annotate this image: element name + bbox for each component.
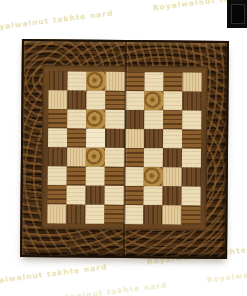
square-d7[interactable] bbox=[106, 91, 125, 110]
square-c6[interactable] bbox=[86, 110, 105, 129]
square-e6[interactable] bbox=[125, 110, 144, 129]
square-e7[interactable] bbox=[125, 91, 144, 110]
square-g5[interactable] bbox=[163, 129, 182, 148]
square-h6[interactable] bbox=[182, 111, 201, 130]
watermark-text: Royalwalnut takhte nard bbox=[0, 262, 108, 286]
square-d8[interactable] bbox=[106, 72, 125, 91]
square-a7[interactable] bbox=[48, 90, 67, 109]
square-c5[interactable] bbox=[86, 129, 105, 148]
square-b6[interactable] bbox=[67, 110, 86, 129]
square-h1[interactable] bbox=[181, 205, 200, 224]
square-a1[interactable] bbox=[47, 204, 66, 223]
watermark-text: Royalwalnut takhte nard bbox=[206, 260, 247, 284]
square-h4[interactable] bbox=[182, 149, 201, 168]
watermark-row-bottom-2: Royalwalnut takhte nard Royalwalnut takh… bbox=[40, 260, 247, 296]
square-d6[interactable] bbox=[106, 110, 125, 129]
square-c7[interactable] bbox=[87, 91, 106, 110]
square-b1[interactable] bbox=[66, 204, 85, 223]
square-c3[interactable] bbox=[86, 167, 105, 186]
square-h5[interactable] bbox=[182, 130, 201, 149]
square-e5[interactable] bbox=[125, 129, 144, 148]
square-d5[interactable] bbox=[105, 129, 124, 148]
square-b7[interactable] bbox=[67, 91, 86, 110]
square-g4[interactable] bbox=[163, 148, 182, 167]
square-e3[interactable] bbox=[124, 167, 143, 186]
square-f4[interactable] bbox=[143, 148, 162, 167]
square-b4[interactable] bbox=[67, 147, 86, 166]
square-e1[interactable] bbox=[124, 205, 143, 224]
carved-board-frame bbox=[20, 39, 229, 259]
square-g6[interactable] bbox=[163, 110, 182, 129]
square-f2[interactable] bbox=[143, 186, 162, 205]
square-d4[interactable] bbox=[105, 148, 124, 167]
square-f6[interactable] bbox=[144, 110, 163, 129]
square-b5[interactable] bbox=[67, 129, 86, 148]
square-f8[interactable] bbox=[144, 72, 163, 91]
square-d1[interactable] bbox=[105, 205, 124, 224]
brand-logo bbox=[227, 0, 247, 28]
square-g8[interactable] bbox=[163, 72, 182, 91]
square-b3[interactable] bbox=[67, 166, 86, 185]
square-h7[interactable] bbox=[182, 92, 201, 111]
brand-logo-inner-frame bbox=[231, 4, 245, 24]
square-a4[interactable] bbox=[48, 147, 67, 166]
square-h8[interactable] bbox=[182, 73, 201, 92]
square-g1[interactable] bbox=[162, 205, 181, 224]
square-f7[interactable] bbox=[144, 91, 163, 110]
square-e2[interactable] bbox=[124, 186, 143, 205]
square-d2[interactable] bbox=[105, 186, 124, 205]
square-g2[interactable] bbox=[162, 186, 181, 205]
square-a3[interactable] bbox=[48, 166, 67, 185]
product-photo-canvas: { "game": "chess", "description": "Handc… bbox=[0, 0, 247, 296]
square-a8[interactable] bbox=[49, 71, 68, 90]
square-g3[interactable] bbox=[162, 167, 181, 186]
square-h3[interactable] bbox=[182, 168, 201, 187]
square-a5[interactable] bbox=[48, 128, 67, 147]
square-c8[interactable] bbox=[87, 72, 106, 91]
square-g7[interactable] bbox=[163, 91, 182, 110]
board-grid bbox=[47, 71, 201, 224]
square-c1[interactable] bbox=[86, 205, 105, 224]
watermark-text: Royalwalnut takhte nard bbox=[0, 8, 114, 32]
square-b2[interactable] bbox=[67, 185, 86, 204]
square-c4[interactable] bbox=[86, 148, 105, 167]
square-c2[interactable] bbox=[86, 186, 105, 205]
square-a2[interactable] bbox=[48, 185, 67, 204]
watermark-row-top: Royalwalnut takhte nard Royalwalnut takh… bbox=[0, 0, 247, 33]
square-e8[interactable] bbox=[125, 72, 144, 91]
square-b8[interactable] bbox=[68, 72, 87, 91]
square-d3[interactable] bbox=[105, 167, 124, 186]
square-f5[interactable] bbox=[144, 129, 163, 148]
board-inner-margin bbox=[41, 65, 207, 230]
chess-board bbox=[20, 39, 229, 259]
square-f1[interactable] bbox=[143, 205, 162, 224]
square-h2[interactable] bbox=[181, 186, 200, 205]
square-f3[interactable] bbox=[143, 167, 162, 186]
watermark-text: Royalwalnut takhte nard bbox=[40, 280, 168, 296]
square-e4[interactable] bbox=[124, 148, 143, 167]
square-a6[interactable] bbox=[48, 109, 67, 128]
